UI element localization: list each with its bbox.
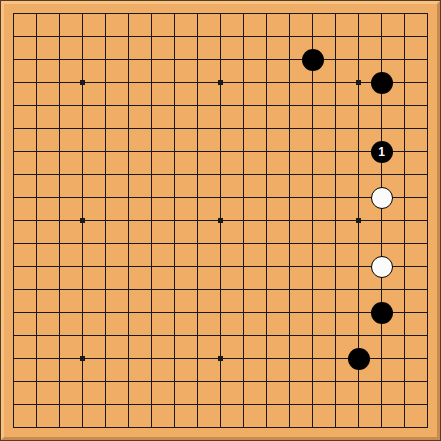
intersection-H15[interactable]	[163, 94, 186, 117]
intersection-K10[interactable]	[209, 209, 232, 232]
intersection-Q16[interactable]	[347, 71, 370, 94]
intersection-H1[interactable]	[163, 416, 186, 439]
intersection-K12[interactable]	[209, 163, 232, 186]
intersection-R18[interactable]	[370, 25, 393, 48]
intersection-J4[interactable]	[186, 347, 209, 370]
intersection-C6[interactable]	[48, 301, 71, 324]
intersection-E16[interactable]	[94, 71, 117, 94]
intersection-G3[interactable]	[140, 370, 163, 393]
intersection-K18[interactable]	[209, 25, 232, 48]
intersection-P14[interactable]	[324, 117, 347, 140]
intersection-G11[interactable]	[140, 186, 163, 209]
intersection-M4[interactable]	[255, 347, 278, 370]
intersection-G9[interactable]	[140, 232, 163, 255]
intersection-N16[interactable]	[278, 71, 301, 94]
intersection-N18[interactable]	[278, 25, 301, 48]
intersection-L13[interactable]	[232, 140, 255, 163]
intersection-H14[interactable]	[163, 117, 186, 140]
intersection-F5[interactable]	[117, 324, 140, 347]
intersection-H3[interactable]	[163, 370, 186, 393]
intersection-Q6[interactable]	[347, 301, 370, 324]
intersection-T14[interactable]	[416, 117, 439, 140]
intersection-S16[interactable]	[393, 71, 416, 94]
intersection-R15[interactable]	[370, 94, 393, 117]
intersection-L1[interactable]	[232, 416, 255, 439]
intersection-J6[interactable]	[186, 301, 209, 324]
intersection-O11[interactable]	[301, 186, 324, 209]
intersection-S1[interactable]	[393, 416, 416, 439]
intersection-R11[interactable]	[370, 186, 393, 209]
intersection-T15[interactable]	[416, 94, 439, 117]
intersection-P3[interactable]	[324, 370, 347, 393]
intersection-G14[interactable]	[140, 117, 163, 140]
intersection-D3[interactable]	[71, 370, 94, 393]
intersection-J2[interactable]	[186, 393, 209, 416]
intersection-R8[interactable]	[370, 255, 393, 278]
intersection-N17[interactable]	[278, 48, 301, 71]
intersection-F16[interactable]	[117, 71, 140, 94]
intersection-K9[interactable]	[209, 232, 232, 255]
intersection-D4[interactable]	[71, 347, 94, 370]
intersection-H19[interactable]	[163, 2, 186, 25]
intersection-O12[interactable]	[301, 163, 324, 186]
intersection-A4[interactable]	[2, 347, 25, 370]
intersection-M5[interactable]	[255, 324, 278, 347]
intersection-E4[interactable]	[94, 347, 117, 370]
intersection-B10[interactable]	[25, 209, 48, 232]
intersection-T12[interactable]	[416, 163, 439, 186]
intersection-P6[interactable]	[324, 301, 347, 324]
intersection-P11[interactable]	[324, 186, 347, 209]
intersection-O15[interactable]	[301, 94, 324, 117]
intersection-P8[interactable]	[324, 255, 347, 278]
intersection-R5[interactable]	[370, 324, 393, 347]
intersection-C14[interactable]	[48, 117, 71, 140]
intersection-A18[interactable]	[2, 25, 25, 48]
intersection-R3[interactable]	[370, 370, 393, 393]
intersection-L10[interactable]	[232, 209, 255, 232]
intersection-H17[interactable]	[163, 48, 186, 71]
intersection-F9[interactable]	[117, 232, 140, 255]
intersection-L6[interactable]	[232, 301, 255, 324]
intersection-C17[interactable]	[48, 48, 71, 71]
intersection-C16[interactable]	[48, 71, 71, 94]
intersection-R12[interactable]	[370, 163, 393, 186]
intersection-K4[interactable]	[209, 347, 232, 370]
intersection-E18[interactable]	[94, 25, 117, 48]
intersection-L17[interactable]	[232, 48, 255, 71]
intersection-D6[interactable]	[71, 301, 94, 324]
intersection-B16[interactable]	[25, 71, 48, 94]
intersection-K8[interactable]	[209, 255, 232, 278]
intersection-J15[interactable]	[186, 94, 209, 117]
intersection-L9[interactable]	[232, 232, 255, 255]
intersection-F15[interactable]	[117, 94, 140, 117]
intersection-B19[interactable]	[25, 2, 48, 25]
intersection-F4[interactable]	[117, 347, 140, 370]
black-stone-R6[interactable]	[371, 302, 393, 324]
intersection-G17[interactable]	[140, 48, 163, 71]
intersection-D2[interactable]	[71, 393, 94, 416]
intersection-G15[interactable]	[140, 94, 163, 117]
intersection-M3[interactable]	[255, 370, 278, 393]
intersection-K19[interactable]	[209, 2, 232, 25]
intersection-G2[interactable]	[140, 393, 163, 416]
intersection-A10[interactable]	[2, 209, 25, 232]
intersection-D5[interactable]	[71, 324, 94, 347]
intersection-T10[interactable]	[416, 209, 439, 232]
intersection-K1[interactable]	[209, 416, 232, 439]
intersection-E17[interactable]	[94, 48, 117, 71]
intersection-M19[interactable]	[255, 2, 278, 25]
intersection-G13[interactable]	[140, 140, 163, 163]
intersection-K6[interactable]	[209, 301, 232, 324]
intersection-P15[interactable]	[324, 94, 347, 117]
intersection-T18[interactable]	[416, 25, 439, 48]
intersection-J12[interactable]	[186, 163, 209, 186]
intersection-S8[interactable]	[393, 255, 416, 278]
intersection-P9[interactable]	[324, 232, 347, 255]
intersection-N12[interactable]	[278, 163, 301, 186]
intersection-A11[interactable]	[2, 186, 25, 209]
intersection-F7[interactable]	[117, 278, 140, 301]
intersection-E19[interactable]	[94, 2, 117, 25]
intersection-O3[interactable]	[301, 370, 324, 393]
intersection-L7[interactable]	[232, 278, 255, 301]
intersection-G18[interactable]	[140, 25, 163, 48]
intersection-A9[interactable]	[2, 232, 25, 255]
intersection-K2[interactable]	[209, 393, 232, 416]
intersection-S5[interactable]	[393, 324, 416, 347]
intersection-H8[interactable]	[163, 255, 186, 278]
intersection-D8[interactable]	[71, 255, 94, 278]
intersection-Q13[interactable]	[347, 140, 370, 163]
intersection-F6[interactable]	[117, 301, 140, 324]
intersection-S9[interactable]	[393, 232, 416, 255]
intersection-J16[interactable]	[186, 71, 209, 94]
intersection-T3[interactable]	[416, 370, 439, 393]
intersection-C19[interactable]	[48, 2, 71, 25]
intersection-D7[interactable]	[71, 278, 94, 301]
intersection-H10[interactable]	[163, 209, 186, 232]
intersection-F2[interactable]	[117, 393, 140, 416]
intersection-T11[interactable]	[416, 186, 439, 209]
intersection-Q8[interactable]	[347, 255, 370, 278]
intersection-A13[interactable]	[2, 140, 25, 163]
intersection-C10[interactable]	[48, 209, 71, 232]
intersection-G12[interactable]	[140, 163, 163, 186]
intersection-C15[interactable]	[48, 94, 71, 117]
intersection-N2[interactable]	[278, 393, 301, 416]
intersection-M11[interactable]	[255, 186, 278, 209]
intersection-E12[interactable]	[94, 163, 117, 186]
intersection-M17[interactable]	[255, 48, 278, 71]
intersection-F14[interactable]	[117, 117, 140, 140]
intersection-B14[interactable]	[25, 117, 48, 140]
intersection-A14[interactable]	[2, 117, 25, 140]
intersection-C8[interactable]	[48, 255, 71, 278]
intersection-C2[interactable]	[48, 393, 71, 416]
intersection-R6[interactable]	[370, 301, 393, 324]
intersection-M8[interactable]	[255, 255, 278, 278]
intersection-P19[interactable]	[324, 2, 347, 25]
intersection-L8[interactable]	[232, 255, 255, 278]
intersection-A1[interactable]	[2, 416, 25, 439]
intersection-M13[interactable]	[255, 140, 278, 163]
intersection-M9[interactable]	[255, 232, 278, 255]
intersection-S13[interactable]	[393, 140, 416, 163]
intersection-H2[interactable]	[163, 393, 186, 416]
intersection-J19[interactable]	[186, 2, 209, 25]
intersection-A15[interactable]	[2, 94, 25, 117]
intersection-D10[interactable]	[71, 209, 94, 232]
intersection-R19[interactable]	[370, 2, 393, 25]
intersection-R14[interactable]	[370, 117, 393, 140]
intersection-R4[interactable]	[370, 347, 393, 370]
intersection-T16[interactable]	[416, 71, 439, 94]
intersection-G16[interactable]	[140, 71, 163, 94]
intersection-F17[interactable]	[117, 48, 140, 71]
intersection-K17[interactable]	[209, 48, 232, 71]
intersection-J14[interactable]	[186, 117, 209, 140]
intersection-E3[interactable]	[94, 370, 117, 393]
intersection-C18[interactable]	[48, 25, 71, 48]
intersection-D1[interactable]	[71, 416, 94, 439]
intersection-R9[interactable]	[370, 232, 393, 255]
intersection-N11[interactable]	[278, 186, 301, 209]
intersection-S4[interactable]	[393, 347, 416, 370]
intersection-Q2[interactable]	[347, 393, 370, 416]
intersection-T2[interactable]	[416, 393, 439, 416]
intersection-K5[interactable]	[209, 324, 232, 347]
intersection-T7[interactable]	[416, 278, 439, 301]
intersection-N10[interactable]	[278, 209, 301, 232]
intersection-C11[interactable]	[48, 186, 71, 209]
intersection-E2[interactable]	[94, 393, 117, 416]
intersection-T1[interactable]	[416, 416, 439, 439]
intersection-A16[interactable]	[2, 71, 25, 94]
intersection-S15[interactable]	[393, 94, 416, 117]
intersection-E7[interactable]	[94, 278, 117, 301]
intersection-E11[interactable]	[94, 186, 117, 209]
intersection-P10[interactable]	[324, 209, 347, 232]
intersection-K3[interactable]	[209, 370, 232, 393]
intersection-L16[interactable]	[232, 71, 255, 94]
intersection-R10[interactable]	[370, 209, 393, 232]
intersection-L14[interactable]	[232, 117, 255, 140]
intersection-J3[interactable]	[186, 370, 209, 393]
intersection-O1[interactable]	[301, 416, 324, 439]
intersection-T19[interactable]	[416, 2, 439, 25]
intersection-A6[interactable]	[2, 301, 25, 324]
intersection-Q5[interactable]	[347, 324, 370, 347]
intersection-A7[interactable]	[2, 278, 25, 301]
white-stone-R11[interactable]	[371, 187, 393, 209]
white-stone-R8[interactable]	[371, 256, 393, 278]
intersection-M15[interactable]	[255, 94, 278, 117]
intersection-M6[interactable]	[255, 301, 278, 324]
intersection-O7[interactable]	[301, 278, 324, 301]
intersection-E8[interactable]	[94, 255, 117, 278]
intersection-L19[interactable]	[232, 2, 255, 25]
intersection-H5[interactable]	[163, 324, 186, 347]
intersection-B4[interactable]	[25, 347, 48, 370]
intersection-A12[interactable]	[2, 163, 25, 186]
intersection-K15[interactable]	[209, 94, 232, 117]
intersection-L2[interactable]	[232, 393, 255, 416]
intersection-D17[interactable]	[71, 48, 94, 71]
intersection-Q1[interactable]	[347, 416, 370, 439]
intersection-T17[interactable]	[416, 48, 439, 71]
intersection-H11[interactable]	[163, 186, 186, 209]
intersection-D11[interactable]	[71, 186, 94, 209]
intersection-P1[interactable]	[324, 416, 347, 439]
intersection-G8[interactable]	[140, 255, 163, 278]
intersection-Q7[interactable]	[347, 278, 370, 301]
intersection-Q14[interactable]	[347, 117, 370, 140]
intersection-N4[interactable]	[278, 347, 301, 370]
intersection-K16[interactable]	[209, 71, 232, 94]
intersection-A19[interactable]	[2, 2, 25, 25]
intersection-C3[interactable]	[48, 370, 71, 393]
intersection-Q10[interactable]	[347, 209, 370, 232]
intersection-G6[interactable]	[140, 301, 163, 324]
intersection-N13[interactable]	[278, 140, 301, 163]
intersection-E9[interactable]	[94, 232, 117, 255]
intersection-B2[interactable]	[25, 393, 48, 416]
intersection-C9[interactable]	[48, 232, 71, 255]
intersection-O16[interactable]	[301, 71, 324, 94]
intersection-O2[interactable]	[301, 393, 324, 416]
intersection-M12[interactable]	[255, 163, 278, 186]
intersection-A17[interactable]	[2, 48, 25, 71]
intersection-B6[interactable]	[25, 301, 48, 324]
intersection-G19[interactable]	[140, 2, 163, 25]
intersection-H4[interactable]	[163, 347, 186, 370]
intersection-S19[interactable]	[393, 2, 416, 25]
black-stone-O17[interactable]	[302, 49, 324, 71]
black-stone-R13-move-1[interactable]: 1	[371, 141, 393, 163]
intersection-B3[interactable]	[25, 370, 48, 393]
intersection-J17[interactable]	[186, 48, 209, 71]
intersection-T8[interactable]	[416, 255, 439, 278]
intersection-H7[interactable]	[163, 278, 186, 301]
intersection-F1[interactable]	[117, 416, 140, 439]
intersection-O9[interactable]	[301, 232, 324, 255]
intersection-F13[interactable]	[117, 140, 140, 163]
intersection-G1[interactable]	[140, 416, 163, 439]
intersection-A2[interactable]	[2, 393, 25, 416]
intersection-D14[interactable]	[71, 117, 94, 140]
intersection-F18[interactable]	[117, 25, 140, 48]
intersection-F11[interactable]	[117, 186, 140, 209]
intersection-E10[interactable]	[94, 209, 117, 232]
intersection-O19[interactable]	[301, 2, 324, 25]
intersection-S2[interactable]	[393, 393, 416, 416]
intersection-H16[interactable]	[163, 71, 186, 94]
intersection-K7[interactable]	[209, 278, 232, 301]
intersection-G7[interactable]	[140, 278, 163, 301]
intersection-F8[interactable]	[117, 255, 140, 278]
black-stone-Q4[interactable]	[348, 348, 370, 370]
intersection-S18[interactable]	[393, 25, 416, 48]
intersection-R1[interactable]	[370, 416, 393, 439]
intersection-M7[interactable]	[255, 278, 278, 301]
intersection-O10[interactable]	[301, 209, 324, 232]
intersection-F3[interactable]	[117, 370, 140, 393]
intersection-B1[interactable]	[25, 416, 48, 439]
intersection-Q12[interactable]	[347, 163, 370, 186]
intersection-A5[interactable]	[2, 324, 25, 347]
intersection-Q9[interactable]	[347, 232, 370, 255]
intersection-B13[interactable]	[25, 140, 48, 163]
intersection-N1[interactable]	[278, 416, 301, 439]
intersection-S17[interactable]	[393, 48, 416, 71]
intersection-R13[interactable]: 1	[370, 140, 393, 163]
intersection-B5[interactable]	[25, 324, 48, 347]
intersection-C7[interactable]	[48, 278, 71, 301]
intersection-O4[interactable]	[301, 347, 324, 370]
intersection-P16[interactable]	[324, 71, 347, 94]
intersection-B15[interactable]	[25, 94, 48, 117]
intersection-J18[interactable]	[186, 25, 209, 48]
intersection-K11[interactable]	[209, 186, 232, 209]
intersection-Q19[interactable]	[347, 2, 370, 25]
intersection-B8[interactable]	[25, 255, 48, 278]
intersection-P2[interactable]	[324, 393, 347, 416]
intersection-L4[interactable]	[232, 347, 255, 370]
intersection-S3[interactable]	[393, 370, 416, 393]
intersection-H6[interactable]	[163, 301, 186, 324]
intersection-M2[interactable]	[255, 393, 278, 416]
intersection-E15[interactable]	[94, 94, 117, 117]
intersection-R17[interactable]	[370, 48, 393, 71]
intersection-N19[interactable]	[278, 2, 301, 25]
intersection-L12[interactable]	[232, 163, 255, 186]
intersection-O18[interactable]	[301, 25, 324, 48]
intersection-C13[interactable]	[48, 140, 71, 163]
intersection-L5[interactable]	[232, 324, 255, 347]
intersection-K14[interactable]	[209, 117, 232, 140]
intersection-E1[interactable]	[94, 416, 117, 439]
intersection-A8[interactable]	[2, 255, 25, 278]
intersection-N7[interactable]	[278, 278, 301, 301]
intersection-N3[interactable]	[278, 370, 301, 393]
intersection-P7[interactable]	[324, 278, 347, 301]
intersection-S7[interactable]	[393, 278, 416, 301]
intersection-M1[interactable]	[255, 416, 278, 439]
intersection-B9[interactable]	[25, 232, 48, 255]
intersection-R16[interactable]	[370, 71, 393, 94]
intersection-N9[interactable]	[278, 232, 301, 255]
intersection-D13[interactable]	[71, 140, 94, 163]
intersection-D9[interactable]	[71, 232, 94, 255]
intersection-G10[interactable]	[140, 209, 163, 232]
intersection-P12[interactable]	[324, 163, 347, 186]
intersection-T5[interactable]	[416, 324, 439, 347]
intersection-S14[interactable]	[393, 117, 416, 140]
intersection-F19[interactable]	[117, 2, 140, 25]
intersection-E13[interactable]	[94, 140, 117, 163]
intersection-Q15[interactable]	[347, 94, 370, 117]
intersection-C4[interactable]	[48, 347, 71, 370]
intersection-M10[interactable]	[255, 209, 278, 232]
intersection-O6[interactable]	[301, 301, 324, 324]
intersection-M14[interactable]	[255, 117, 278, 140]
intersection-G5[interactable]	[140, 324, 163, 347]
intersection-Q3[interactable]	[347, 370, 370, 393]
intersection-J7[interactable]	[186, 278, 209, 301]
